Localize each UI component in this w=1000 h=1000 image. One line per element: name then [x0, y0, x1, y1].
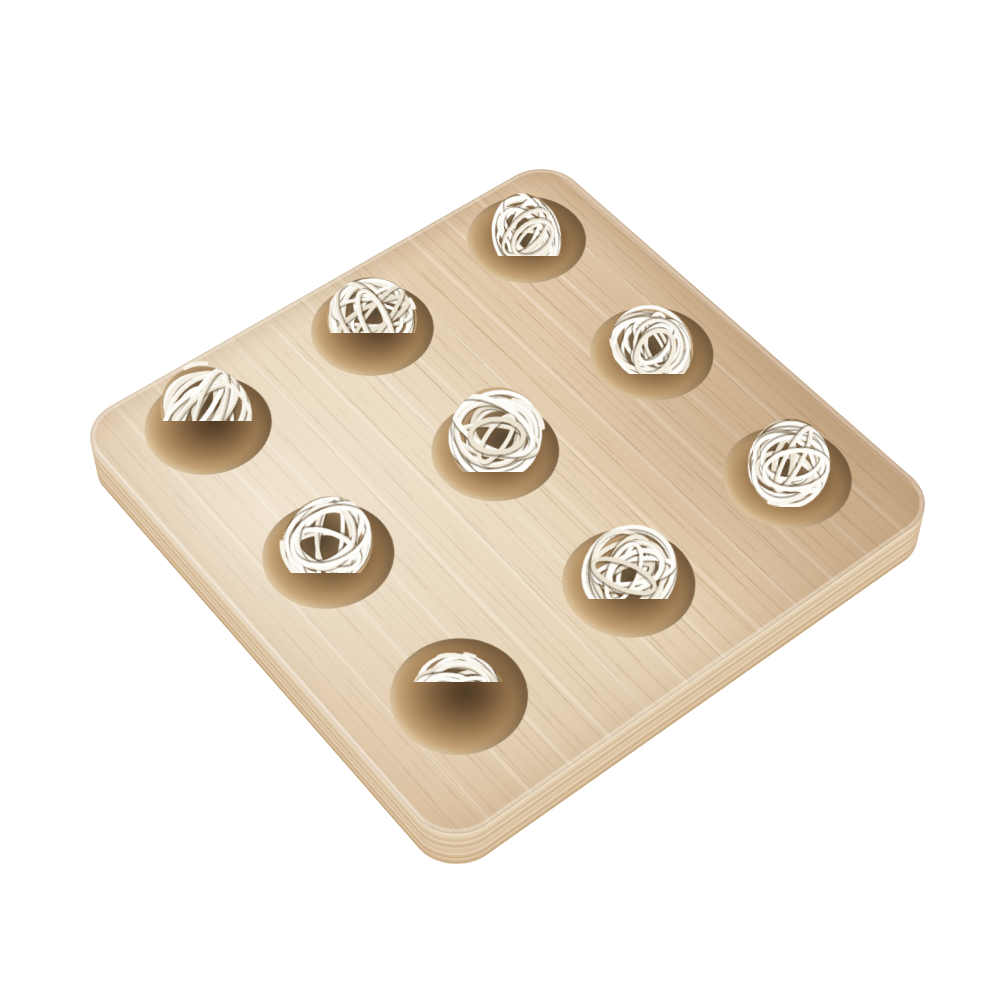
hole — [363, 615, 556, 779]
scene — [0, 0, 1000, 1000]
board-grid — [67, 145, 934, 833]
puzzle-board — [73, 157, 944, 852]
rattan-ball[interactable] — [137, 342, 276, 480]
rattan-ball[interactable] — [589, 283, 715, 408]
product-photo-stage — [0, 0, 1000, 1000]
